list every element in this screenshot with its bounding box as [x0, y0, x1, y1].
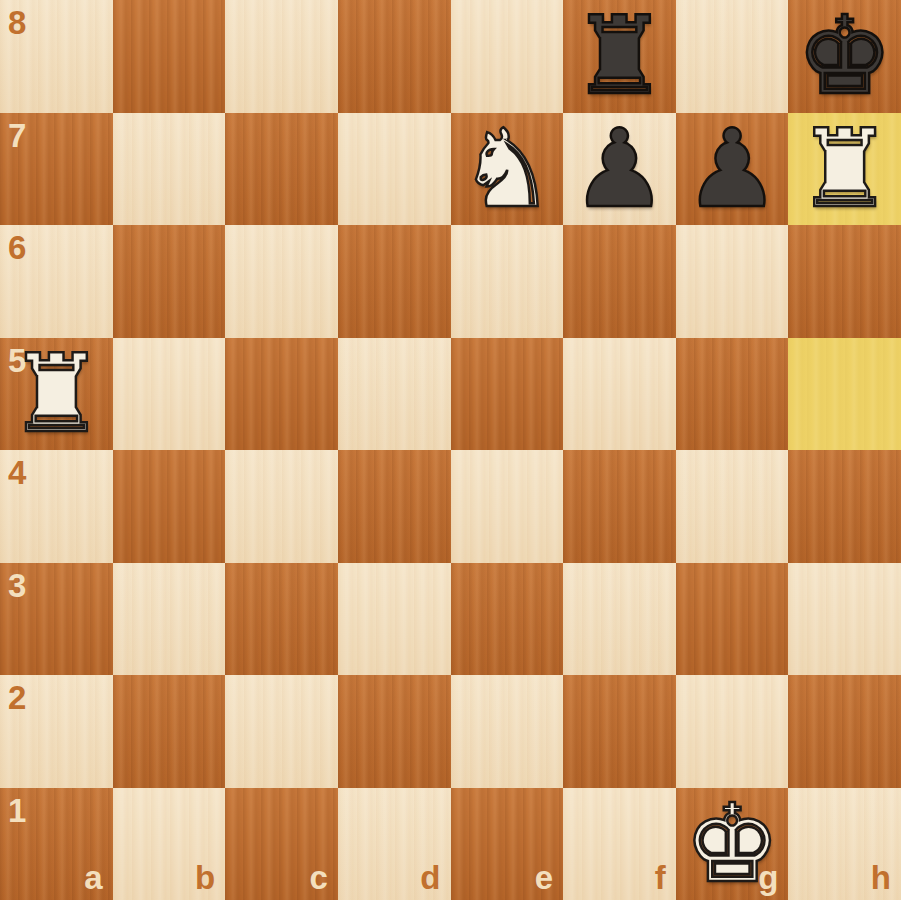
square-a2[interactable]: 2 — [0, 675, 113, 788]
square-a4[interactable]: 4 — [0, 450, 113, 563]
square-c5[interactable] — [225, 338, 338, 451]
white-rook-piece[interactable]: ♜ — [788, 113, 901, 226]
square-f7[interactable]: ♟ — [563, 113, 676, 226]
square-e2[interactable] — [451, 675, 564, 788]
rank-label-6: 6 — [8, 231, 26, 264]
white-rook-piece[interactable]: ♜ — [0, 338, 113, 451]
square-b4[interactable] — [113, 450, 226, 563]
square-c6[interactable] — [225, 225, 338, 338]
square-g2[interactable] — [676, 675, 789, 788]
black-pawn-piece[interactable]: ♟ — [676, 113, 789, 226]
square-e8[interactable] — [451, 0, 564, 113]
rank-label-2: 2 — [8, 681, 26, 714]
square-c1[interactable]: c — [225, 788, 338, 900]
square-b1[interactable]: b — [113, 788, 226, 900]
square-h4[interactable] — [788, 450, 901, 563]
square-g7[interactable]: ♟ — [676, 113, 789, 226]
square-e5[interactable] — [451, 338, 564, 451]
rank-label-7: 7 — [8, 119, 26, 152]
square-f3[interactable] — [563, 563, 676, 676]
file-label-f: f — [655, 861, 666, 894]
square-g8[interactable] — [676, 0, 789, 113]
square-f8[interactable]: ♜ — [563, 0, 676, 113]
square-a6[interactable]: 6 — [0, 225, 113, 338]
square-g4[interactable] — [676, 450, 789, 563]
square-h7[interactable]: ♜ — [788, 113, 901, 226]
square-e6[interactable] — [451, 225, 564, 338]
file-label-b: b — [195, 861, 215, 894]
square-h1[interactable]: h — [788, 788, 901, 900]
square-c7[interactable] — [225, 113, 338, 226]
file-label-c: c — [310, 861, 328, 894]
rank-label-4: 4 — [8, 456, 26, 489]
square-h2[interactable] — [788, 675, 901, 788]
square-c2[interactable] — [225, 675, 338, 788]
square-b5[interactable] — [113, 338, 226, 451]
square-h6[interactable] — [788, 225, 901, 338]
white-knight-piece[interactable]: ♞ — [451, 113, 564, 226]
square-h5[interactable] — [788, 338, 901, 451]
square-g5[interactable] — [676, 338, 789, 451]
black-rook-piece[interactable]: ♜ — [563, 0, 676, 113]
square-e3[interactable] — [451, 563, 564, 676]
black-pawn-piece[interactable]: ♟ — [563, 113, 676, 226]
square-b2[interactable] — [113, 675, 226, 788]
square-f6[interactable] — [563, 225, 676, 338]
file-label-d: d — [420, 861, 440, 894]
file-label-a: a — [84, 861, 102, 894]
square-h3[interactable] — [788, 563, 901, 676]
square-d4[interactable] — [338, 450, 451, 563]
square-f2[interactable] — [563, 675, 676, 788]
square-a5[interactable]: 5♜ — [0, 338, 113, 451]
square-b7[interactable] — [113, 113, 226, 226]
square-d3[interactable] — [338, 563, 451, 676]
white-king-piece[interactable]: ♚ — [676, 788, 789, 900]
rank-label-1: 1 — [8, 794, 26, 827]
square-c8[interactable] — [225, 0, 338, 113]
square-e7[interactable]: ♞ — [451, 113, 564, 226]
square-d5[interactable] — [338, 338, 451, 451]
rank-label-3: 3 — [8, 569, 26, 602]
square-g6[interactable] — [676, 225, 789, 338]
square-d2[interactable] — [338, 675, 451, 788]
square-g1[interactable]: g♚ — [676, 788, 789, 900]
square-g3[interactable] — [676, 563, 789, 676]
square-f1[interactable]: f — [563, 788, 676, 900]
square-b3[interactable] — [113, 563, 226, 676]
rank-label-8: 8 — [8, 6, 26, 39]
black-king-piece[interactable]: ♚ — [788, 0, 901, 113]
square-a1[interactable]: 1a — [0, 788, 113, 900]
square-d6[interactable] — [338, 225, 451, 338]
square-d7[interactable] — [338, 113, 451, 226]
chess-board: 8♜♚7♞♟♟♜65♜4321abcdefg♚h — [0, 0, 901, 900]
square-d8[interactable] — [338, 0, 451, 113]
file-label-h: h — [871, 861, 891, 894]
square-a7[interactable]: 7 — [0, 113, 113, 226]
square-b8[interactable] — [113, 0, 226, 113]
file-label-e: e — [535, 861, 553, 894]
square-c3[interactable] — [225, 563, 338, 676]
square-f4[interactable] — [563, 450, 676, 563]
square-b6[interactable] — [113, 225, 226, 338]
square-e4[interactable] — [451, 450, 564, 563]
square-c4[interactable] — [225, 450, 338, 563]
square-e1[interactable]: e — [451, 788, 564, 900]
square-d1[interactable]: d — [338, 788, 451, 900]
square-a8[interactable]: 8 — [0, 0, 113, 113]
square-a3[interactable]: 3 — [0, 563, 113, 676]
square-f5[interactable] — [563, 338, 676, 451]
square-h8[interactable]: ♚ — [788, 0, 901, 113]
